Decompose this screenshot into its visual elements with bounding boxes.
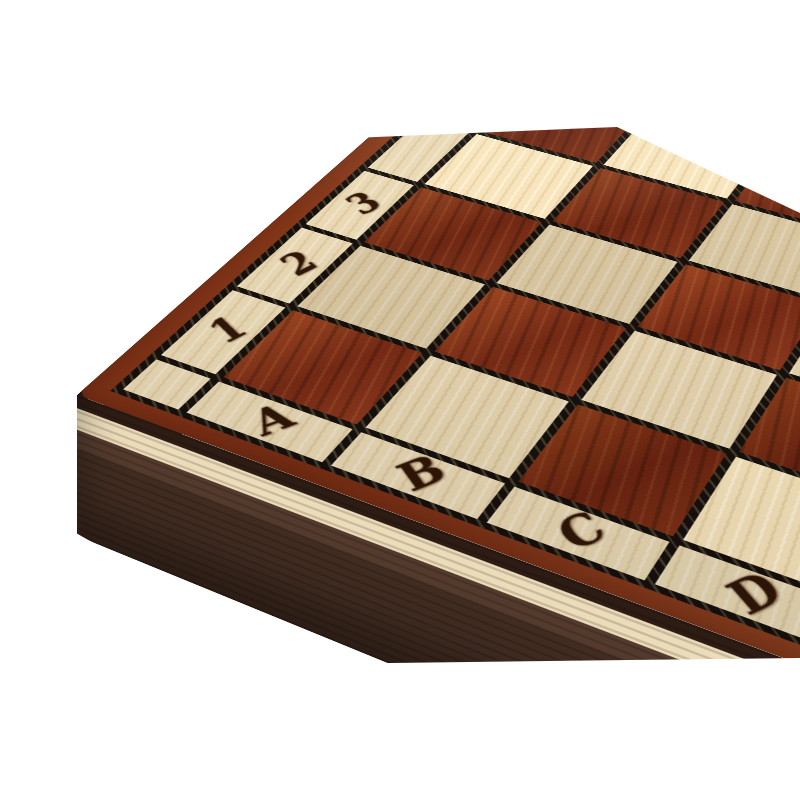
board-grid: 321ABCD — [110, 24, 800, 800]
board-top-face: 321ABCD — [77, 13, 800, 800]
square-c6 — [777, 99, 800, 179]
photo-crop: 321ABCD — [0, 0, 800, 800]
chess-box: 321ABCD — [77, 13, 800, 800]
rank-label-6 — [477, 28, 567, 81]
square-a6 — [530, 41, 683, 112]
file-label-b-glyph: B — [381, 453, 455, 497]
file-label-a-glyph: A — [236, 401, 302, 441]
rank-label-2-glyph: 2 — [267, 249, 326, 280]
file-label-c-glyph: C — [540, 509, 616, 556]
rank-label-1-glyph: 1 — [194, 314, 255, 348]
square-b6 — [650, 69, 800, 144]
square-c1 — [518, 404, 726, 536]
rank-label-3-glyph: 3 — [332, 191, 388, 219]
file-label-d-glyph: D — [709, 569, 793, 621]
square-d2 — [739, 378, 800, 505]
product-photo-stage: 321ABCD — [0, 0, 800, 800]
square-d1 — [683, 457, 800, 599]
rank-label-5 — [425, 71, 521, 129]
lighting-sheen — [77, 13, 800, 800]
perspective-wrapper: 321ABCD — [0, 0, 800, 800]
